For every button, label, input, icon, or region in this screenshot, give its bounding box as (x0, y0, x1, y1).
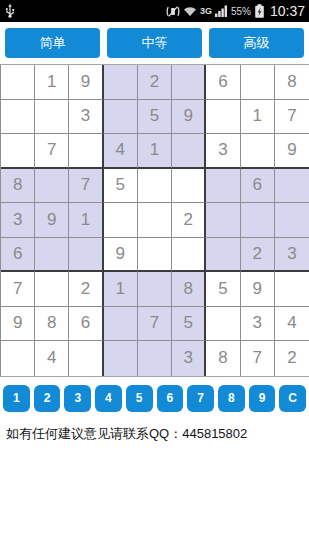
cell-r4c1[interactable]: 8 (1, 169, 35, 204)
numpad-2[interactable]: 2 (34, 385, 61, 412)
battery-charging-icon (254, 3, 265, 19)
cell-r8c1[interactable]: 9 (1, 307, 35, 342)
cell-r7c2[interactable] (35, 272, 69, 307)
cell-r5c2[interactable]: 9 (35, 203, 69, 238)
numpad-7[interactable]: 7 (187, 385, 214, 412)
cell-r8c7[interactable] (206, 307, 240, 342)
sudoku-board: 1926835917741398756391269237218599867534… (0, 64, 309, 377)
clock: 10:37 (270, 3, 305, 19)
cell-r9c8[interactable]: 7 (241, 341, 275, 376)
cell-r2c3[interactable]: 3 (69, 100, 103, 135)
numpad-8[interactable]: 8 (218, 385, 245, 412)
cell-r4c6[interactable] (172, 169, 206, 204)
cell-r3c1[interactable] (1, 134, 35, 169)
number-pad: 1 2 3 4 5 6 7 8 9 C (0, 377, 309, 412)
cell-r2c8[interactable]: 1 (241, 100, 275, 135)
cell-r4c3[interactable]: 7 (69, 169, 103, 204)
numpad-6[interactable]: 6 (157, 385, 184, 412)
numpad-4[interactable]: 4 (95, 385, 122, 412)
cell-r9c5[interactable] (138, 341, 172, 376)
network-type-label: 3G (200, 6, 212, 16)
cell-r1c1[interactable] (1, 65, 35, 100)
cell-r5c3[interactable]: 1 (69, 203, 103, 238)
contact-text: 如有任何建议意见请联系QQ：445815802 (6, 425, 303, 443)
status-bar: 3G 55% 10:37 (0, 0, 309, 22)
cell-r6c9[interactable]: 3 (275, 238, 309, 273)
cell-r2c9[interactable]: 7 (275, 100, 309, 135)
cell-r3c6[interactable] (172, 134, 206, 169)
cell-r1c8[interactable] (241, 65, 275, 100)
cell-r6c1[interactable]: 6 (1, 238, 35, 273)
numpad-clear[interactable]: C (279, 385, 306, 412)
cell-r2c6[interactable]: 9 (172, 100, 206, 135)
cell-r1c7[interactable]: 6 (206, 65, 240, 100)
cell-r1c5[interactable]: 2 (138, 65, 172, 100)
cell-r6c5[interactable] (138, 238, 172, 273)
cell-r4c2[interactable] (35, 169, 69, 204)
cell-r5c6[interactable]: 2 (172, 203, 206, 238)
cell-r1c4[interactable] (104, 65, 138, 100)
wifi-icon (183, 5, 197, 17)
advanced-button[interactable]: 高级 (209, 28, 304, 58)
cell-r9c7[interactable]: 8 (206, 341, 240, 376)
cell-r3c9[interactable]: 9 (275, 134, 309, 169)
cell-r8c9[interactable]: 4 (275, 307, 309, 342)
cell-r2c4[interactable] (104, 100, 138, 135)
cell-r2c1[interactable] (1, 100, 35, 135)
cell-r5c9[interactable] (275, 203, 309, 238)
numpad-3[interactable]: 3 (64, 385, 91, 412)
cell-r6c6[interactable] (172, 238, 206, 273)
medium-button[interactable]: 中等 (107, 28, 202, 58)
difficulty-bar: 简单 中等 高级 (0, 22, 309, 58)
cell-r4c9[interactable] (275, 169, 309, 204)
cell-r5c8[interactable] (241, 203, 275, 238)
cell-r5c5[interactable] (138, 203, 172, 238)
cell-r4c8[interactable]: 6 (241, 169, 275, 204)
cell-r2c7[interactable] (206, 100, 240, 135)
cell-r7c4[interactable]: 1 (104, 272, 138, 307)
cell-r6c8[interactable]: 2 (241, 238, 275, 273)
mute-icon (166, 5, 180, 18)
cell-r2c5[interactable]: 5 (138, 100, 172, 135)
cell-r1c6[interactable] (172, 65, 206, 100)
cell-r1c2[interactable]: 1 (35, 65, 69, 100)
cell-r8c8[interactable]: 3 (241, 307, 275, 342)
cell-r3c7[interactable]: 3 (206, 134, 240, 169)
cell-r3c4[interactable]: 4 (104, 134, 138, 169)
cell-r6c3[interactable] (69, 238, 103, 273)
cell-r2c2[interactable] (35, 100, 69, 135)
numpad-1[interactable]: 1 (3, 385, 30, 412)
cell-r8c4[interactable] (104, 307, 138, 342)
cell-r3c8[interactable] (241, 134, 275, 169)
cell-r7c9[interactable] (275, 272, 309, 307)
cell-r7c5[interactable] (138, 272, 172, 307)
battery-percent-label: 55% (231, 6, 251, 17)
cell-r5c7[interactable] (206, 203, 240, 238)
cell-r9c9[interactable]: 2 (275, 341, 309, 376)
cell-r3c2[interactable]: 7 (35, 134, 69, 169)
cell-r4c5[interactable] (138, 169, 172, 204)
cell-r5c4[interactable] (104, 203, 138, 238)
cell-r9c4[interactable] (104, 341, 138, 376)
cell-r7c1[interactable]: 7 (1, 272, 35, 307)
cell-r7c8[interactable]: 9 (241, 272, 275, 307)
cell-r8c6[interactable]: 5 (172, 307, 206, 342)
cell-r3c3[interactable] (69, 134, 103, 169)
cell-r7c3[interactable]: 2 (69, 272, 103, 307)
cell-r8c2[interactable]: 8 (35, 307, 69, 342)
cell-r9c6[interactable]: 3 (172, 341, 206, 376)
cell-r9c1[interactable] (1, 341, 35, 376)
cell-r6c4[interactable]: 9 (104, 238, 138, 273)
cell-r1c3[interactable]: 9 (69, 65, 103, 100)
signal-icon (215, 5, 228, 17)
easy-button[interactable]: 简单 (5, 28, 100, 58)
cell-r4c4[interactable]: 5 (104, 169, 138, 204)
cell-r7c6[interactable]: 8 (172, 272, 206, 307)
cell-r7c7[interactable]: 5 (206, 272, 240, 307)
cell-r8c5[interactable]: 7 (138, 307, 172, 342)
cell-r5c1[interactable]: 3 (1, 203, 35, 238)
cell-r6c7[interactable] (206, 238, 240, 273)
cell-r1c9[interactable]: 8 (275, 65, 309, 100)
cell-r4c7[interactable] (206, 169, 240, 204)
numpad-9[interactable]: 9 (249, 385, 276, 412)
numpad-5[interactable]: 5 (126, 385, 153, 412)
cell-r9c2[interactable]: 4 (35, 341, 69, 376)
cell-r8c3[interactable]: 6 (69, 307, 103, 342)
cell-r3c5[interactable]: 1 (138, 134, 172, 169)
cell-r9c3[interactable] (69, 341, 103, 376)
usb-icon (4, 3, 16, 19)
cell-r6c2[interactable] (35, 238, 69, 273)
